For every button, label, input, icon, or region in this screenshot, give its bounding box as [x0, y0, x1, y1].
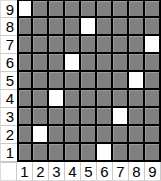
cell-r1c9[interactable] [145, 144, 161, 162]
cell-r4c2[interactable] [33, 90, 49, 108]
cell-r5c7[interactable] [113, 72, 129, 90]
cell-r2c3[interactable] [49, 126, 65, 144]
cell-r4c7[interactable] [113, 90, 129, 108]
cell-r1c2[interactable] [33, 144, 49, 162]
cell-r7c9[interactable] [145, 36, 161, 54]
cell-r7c8[interactable] [129, 36, 145, 54]
cell-r5c6[interactable] [97, 72, 113, 90]
cell-r8c6[interactable] [97, 18, 113, 36]
cell-r4c5[interactable] [81, 90, 97, 108]
row-label-4: 4 [0, 90, 17, 108]
cell-r4c8[interactable] [129, 90, 145, 108]
cell-r6c7[interactable] [113, 54, 129, 72]
cell-r8c3[interactable] [49, 18, 65, 36]
cell-r5c5[interactable] [81, 72, 97, 90]
col-label-6: 6 [97, 162, 113, 181]
cell-r4c4[interactable] [65, 90, 81, 108]
col-label-2: 2 [33, 162, 49, 181]
cell-r6c5[interactable] [81, 54, 97, 72]
cell-r1c5[interactable] [81, 144, 97, 162]
cell-r6c3[interactable] [49, 54, 65, 72]
cell-r5c9[interactable] [145, 72, 161, 90]
corner-spacer [0, 162, 17, 181]
cell-r3c4[interactable] [65, 108, 81, 126]
cell-r8c4[interactable] [65, 18, 81, 36]
col-label-8: 8 [129, 162, 145, 181]
cell-r2c5[interactable] [81, 126, 97, 144]
cell-r9c7[interactable] [113, 0, 129, 18]
cell-r2c9[interactable] [145, 126, 161, 144]
cell-r1c1[interactable] [17, 144, 33, 162]
row-label-3: 3 [0, 108, 17, 126]
cell-r8c1[interactable] [17, 18, 33, 36]
cell-r9c8[interactable] [129, 0, 145, 18]
cell-r2c1[interactable] [17, 126, 33, 144]
cell-r7c4[interactable] [65, 36, 81, 54]
row-label-7: 7 [0, 36, 17, 54]
cell-r1c3[interactable] [49, 144, 65, 162]
cell-r2c7[interactable] [113, 126, 129, 144]
cell-r9c3[interactable] [49, 0, 65, 18]
cell-r1c4[interactable] [65, 144, 81, 162]
cell-r2c8[interactable] [129, 126, 145, 144]
cell-r3c5[interactable] [81, 108, 97, 126]
row-label-5: 5 [0, 72, 17, 90]
cell-r6c4[interactable] [65, 54, 81, 72]
cell-r3c1[interactable] [17, 108, 33, 126]
cell-r2c4[interactable] [65, 126, 81, 144]
cell-r7c3[interactable] [49, 36, 65, 54]
col-label-7: 7 [113, 162, 129, 181]
cell-r9c9[interactable] [145, 0, 161, 18]
row-label-8: 8 [0, 18, 17, 36]
cell-r8c5[interactable] [81, 18, 97, 36]
cell-r5c2[interactable] [33, 72, 49, 90]
cell-r9c4[interactable] [65, 0, 81, 18]
row-label-2: 2 [0, 126, 17, 144]
cell-r3c3[interactable] [49, 108, 65, 126]
cell-r5c1[interactable] [17, 72, 33, 90]
cell-r5c4[interactable] [65, 72, 81, 90]
cell-r8c7[interactable] [113, 18, 129, 36]
cell-r1c7[interactable] [113, 144, 129, 162]
col-label-4: 4 [65, 162, 81, 181]
cell-r4c3[interactable] [49, 90, 65, 108]
cell-r7c7[interactable] [113, 36, 129, 54]
cell-r3c8[interactable] [129, 108, 145, 126]
cell-r3c7[interactable] [113, 108, 129, 126]
cell-r4c1[interactable] [17, 90, 33, 108]
col-label-9: 9 [145, 162, 161, 181]
cell-r5c3[interactable] [49, 72, 65, 90]
cell-r6c9[interactable] [145, 54, 161, 72]
cell-r8c9[interactable] [145, 18, 161, 36]
cell-r6c6[interactable] [97, 54, 113, 72]
cell-r9c5[interactable] [81, 0, 97, 18]
cell-r6c8[interactable] [129, 54, 145, 72]
cell-r9c6[interactable] [97, 0, 113, 18]
cell-r7c6[interactable] [97, 36, 113, 54]
cell-r8c8[interactable] [129, 18, 145, 36]
row-label-9: 9 [0, 0, 17, 18]
cell-r8c2[interactable] [33, 18, 49, 36]
cell-r6c2[interactable] [33, 54, 49, 72]
cell-r9c1[interactable] [17, 0, 33, 18]
cell-r7c1[interactable] [17, 36, 33, 54]
row-label-6: 6 [0, 54, 17, 72]
cell-r4c6[interactable] [97, 90, 113, 108]
cell-r1c6[interactable] [97, 144, 113, 162]
cell-r5c8[interactable] [129, 72, 145, 90]
cell-r2c6[interactable] [97, 126, 113, 144]
col-label-3: 3 [49, 162, 65, 181]
cell-r1c8[interactable] [129, 144, 145, 162]
cell-r6c1[interactable] [17, 54, 33, 72]
col-label-5: 5 [81, 162, 97, 181]
cell-r9c2[interactable] [33, 0, 49, 18]
board-grid: 987654321123456789 [0, 0, 161, 181]
row-label-1: 1 [0, 144, 17, 162]
cell-r4c9[interactable] [145, 90, 161, 108]
cell-r2c2[interactable] [33, 126, 49, 144]
cell-r3c2[interactable] [33, 108, 49, 126]
cell-r7c5[interactable] [81, 36, 97, 54]
cell-r7c2[interactable] [33, 36, 49, 54]
cell-r3c6[interactable] [97, 108, 113, 126]
cell-r3c9[interactable] [145, 108, 161, 126]
col-label-1: 1 [17, 162, 33, 181]
